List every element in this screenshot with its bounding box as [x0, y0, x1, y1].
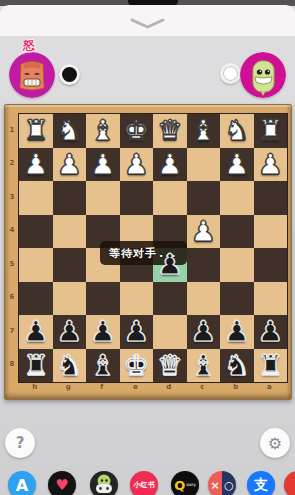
piece-bP-b7[interactable]: ♟ — [220, 315, 254, 349]
rank-label-8: 8 — [7, 348, 17, 382]
square-b7[interactable]: ♟ — [220, 315, 254, 349]
help-icon: ? — [16, 434, 25, 452]
square-d5[interactable]: ♟ — [153, 248, 187, 282]
square-b3[interactable] — [220, 181, 254, 215]
square-g5[interactable] — [53, 248, 87, 282]
square-g2[interactable]: ♟ — [53, 148, 87, 182]
piece-wN-g1[interactable]: ♞ — [53, 114, 87, 148]
file-label-h: h — [18, 383, 52, 396]
dock-icon-tictactoe[interactable]: × ○ — [208, 471, 236, 495]
piece-wP-f2[interactable]: ♟ — [86, 148, 120, 182]
gamepad-icon — [90, 471, 118, 495]
square-d1[interactable]: ♛ — [153, 114, 187, 148]
app-screen: 怒 12345678 ♜♞♝♚♛♝♞♜♟♟♟♟♟♟♟ — [0, 0, 295, 495]
piece-wR-h1[interactable]: ♜ — [19, 114, 53, 148]
dock-icon-alipay[interactable]: 支 — [247, 471, 275, 495]
board-grid[interactable]: ♜♞♝♚♛♝♞♜♟♟♟♟♟♟♟♟♟♟♟♟♟♟♟♟♜♞♝♚♛♝♞♜ — [18, 113, 288, 383]
square-b6[interactable] — [220, 282, 254, 316]
heart-icon: ♥ — [55, 476, 68, 494]
settings-button[interactable]: ⚙ — [260, 428, 290, 458]
rank-label-2: 2 — [7, 147, 17, 181]
piece-wP-c4[interactable]: ♟ — [187, 215, 221, 249]
square-a8[interactable]: ♜ — [254, 349, 288, 383]
piece-bB-c8[interactable]: ♝ — [187, 349, 221, 383]
help-button[interactable]: ? — [5, 428, 35, 458]
rank-label-4: 4 — [7, 214, 17, 248]
piece-bP-a7[interactable]: ♟ — [254, 315, 288, 349]
piece-bP-f7[interactable]: ♟ — [86, 315, 120, 349]
square-d2[interactable]: ♟ — [153, 148, 187, 182]
file-label-e: e — [119, 383, 153, 396]
square-e1[interactable]: ♚ — [120, 114, 154, 148]
square-e3[interactable] — [120, 181, 154, 215]
square-h4[interactable] — [19, 215, 53, 249]
square-e7[interactable]: ♟ — [120, 315, 154, 349]
emote-badge: 怒 — [23, 37, 35, 54]
square-e8[interactable]: ♚ — [120, 349, 154, 383]
square-f1[interactable]: ♝ — [86, 114, 120, 148]
square-h3[interactable] — [19, 181, 53, 215]
dock-icon-qdaily[interactable]: Q daily — [171, 471, 199, 495]
square-a1[interactable]: ♜ — [254, 114, 288, 148]
square-g1[interactable]: ♞ — [53, 114, 87, 148]
xiaohongshu-label: 小红书 — [134, 480, 155, 490]
rank-label-5: 5 — [7, 247, 17, 281]
top-sheet — [0, 5, 295, 36]
square-a3[interactable] — [254, 181, 288, 215]
square-h2[interactable]: ♟ — [19, 148, 53, 182]
file-label-c: c — [186, 383, 220, 396]
rank-labels: 12345678 — [7, 113, 17, 381]
square-c4[interactable]: ♟ — [187, 215, 221, 249]
dock-icon-xiaohongshu[interactable]: 小红书 — [130, 471, 158, 495]
dock-icon-appstore[interactable]: A — [8, 471, 36, 495]
square-b2[interactable]: ♟ — [220, 148, 254, 182]
qdaily-q-icon: Q — [174, 478, 185, 493]
left-player-color-black-indicator — [59, 64, 80, 85]
square-e6[interactable] — [120, 282, 154, 316]
file-labels: hgfedcba — [18, 383, 286, 396]
dock-icon-hearts[interactable]: ♥ — [48, 471, 76, 495]
piece-wK-e1[interactable]: ♚ — [120, 114, 154, 148]
piece-wP-a2[interactable]: ♟ — [254, 148, 288, 182]
piece-bN-g8[interactable]: ♞ — [53, 349, 87, 383]
monster-face-right — [240, 52, 286, 98]
piece-wN-b1[interactable]: ♞ — [220, 114, 254, 148]
square-a7[interactable]: ♟ — [254, 315, 288, 349]
piece-wR-a1[interactable]: ♜ — [254, 114, 288, 148]
piece-bK-e8[interactable]: ♚ — [120, 349, 154, 383]
piece-wP-e2[interactable]: ♟ — [120, 148, 154, 182]
monster-face-left — [9, 52, 55, 98]
square-b1[interactable]: ♞ — [220, 114, 254, 148]
square-c1[interactable]: ♝ — [187, 114, 221, 148]
dock-icon-partial[interactable] — [284, 471, 295, 495]
square-c3[interactable] — [187, 181, 221, 215]
piece-bB-f8[interactable]: ♝ — [86, 349, 120, 383]
square-h5[interactable] — [19, 248, 53, 282]
square-f2[interactable]: ♟ — [86, 148, 120, 182]
square-c8[interactable]: ♝ — [187, 349, 221, 383]
piece-bP-e7[interactable]: ♟ — [120, 315, 154, 349]
file-label-b: b — [219, 383, 253, 396]
piece-bP-g7[interactable]: ♟ — [53, 315, 87, 349]
square-b8[interactable]: ♞ — [220, 349, 254, 383]
square-f6[interactable] — [86, 282, 120, 316]
collapse-chevron-icon[interactable] — [129, 17, 166, 30]
file-label-g: g — [52, 383, 86, 396]
piece-bR-h8[interactable]: ♜ — [19, 349, 53, 383]
piece-bP-d5[interactable]: ♟ — [153, 248, 187, 282]
square-a5[interactable] — [254, 248, 288, 282]
square-h1[interactable]: ♜ — [19, 114, 53, 148]
right-player-color-white-indicator — [220, 63, 241, 84]
appstore-icon: A — [16, 476, 28, 495]
player-left-avatar[interactable] — [9, 52, 55, 98]
rank-label-1: 1 — [7, 113, 17, 147]
piece-wB-f1[interactable]: ♝ — [86, 114, 120, 148]
file-label-a: a — [253, 383, 287, 396]
piece-bP-c7[interactable]: ♟ — [187, 315, 221, 349]
square-h8[interactable]: ♜ — [19, 349, 53, 383]
square-d7[interactable] — [153, 315, 187, 349]
dock-icon-game-controller[interactable] — [90, 471, 118, 495]
piece-wP-g2[interactable]: ♟ — [53, 148, 87, 182]
square-d8[interactable]: ♛ — [153, 349, 187, 383]
square-f3[interactable] — [86, 181, 120, 215]
rank-label-6: 6 — [7, 281, 17, 315]
qdaily-text: daily — [186, 483, 196, 487]
square-a6[interactable] — [254, 282, 288, 316]
square-f8[interactable]: ♝ — [86, 349, 120, 383]
chess-board[interactable]: 12345678 ♜♞♝♚♛♝♞♜♟♟♟♟♟♟♟♟♟♟♟♟♟♟♟♟♜♞♝♚♛♝♞… — [4, 104, 292, 400]
file-label-d: d — [152, 383, 186, 396]
square-g8[interactable]: ♞ — [53, 349, 87, 383]
square-e2[interactable]: ♟ — [120, 148, 154, 182]
waiting-toast-text: 等待对手 — [109, 246, 157, 261]
alipay-icon: 支 — [254, 476, 268, 494]
square-d6[interactable] — [153, 282, 187, 316]
player-right-avatar[interactable] — [240, 52, 286, 98]
square-f7[interactable]: ♟ — [86, 315, 120, 349]
square-c5[interactable] — [187, 248, 221, 282]
square-c6[interactable] — [187, 282, 221, 316]
square-h6[interactable] — [19, 282, 53, 316]
tictactoe-o-icon: ○ — [222, 471, 236, 495]
square-c7[interactable]: ♟ — [187, 315, 221, 349]
piece-bN-b8[interactable]: ♞ — [220, 349, 254, 383]
piece-wP-h2[interactable]: ♟ — [19, 148, 53, 182]
piece-bP-h7[interactable]: ♟ — [19, 315, 53, 349]
square-a2[interactable]: ♟ — [254, 148, 288, 182]
square-d3[interactable] — [153, 181, 187, 215]
gear-icon: ⚙ — [268, 434, 282, 453]
tictactoe-x-icon: × — [208, 471, 222, 495]
rank-label-7: 7 — [7, 314, 17, 348]
square-b4[interactable] — [220, 215, 254, 249]
rank-label-3: 3 — [7, 180, 17, 214]
file-label-f: f — [85, 383, 119, 396]
square-a4[interactable] — [254, 215, 288, 249]
square-g4[interactable] — [53, 215, 87, 249]
square-g6[interactable] — [53, 282, 87, 316]
piece-bQ-d8[interactable]: ♛ — [153, 349, 187, 383]
piece-wP-d2[interactable]: ♟ — [153, 148, 187, 182]
square-g3[interactable] — [53, 181, 87, 215]
piece-wP-b2[interactable]: ♟ — [220, 148, 254, 182]
square-b5[interactable] — [220, 248, 254, 282]
piece-bR-a8[interactable]: ♜ — [254, 349, 288, 383]
square-g7[interactable]: ♟ — [53, 315, 87, 349]
piece-wB-c1[interactable]: ♝ — [187, 114, 221, 148]
piece-wQ-d1[interactable]: ♛ — [153, 114, 187, 148]
square-c2[interactable] — [187, 148, 221, 182]
square-h7[interactable]: ♟ — [19, 315, 53, 349]
